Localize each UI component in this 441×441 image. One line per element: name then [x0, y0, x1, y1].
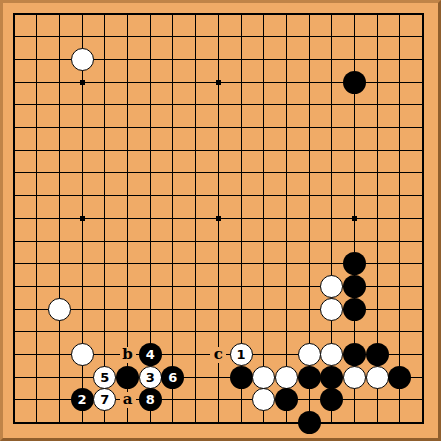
white-stone [366, 366, 389, 389]
grid-line-horizontal [13, 422, 424, 424]
grid-line-horizontal [13, 331, 424, 332]
move-number-label: 1 [236, 348, 245, 361]
white-stone [275, 366, 298, 389]
black-stone [320, 366, 343, 389]
move-number-label: 7 [100, 393, 109, 406]
black-stone [320, 388, 343, 411]
grid-line-vertical [286, 13, 287, 424]
white-stone [320, 343, 343, 366]
black-stone [275, 388, 298, 411]
move-6-stone-black: 6 [161, 366, 184, 389]
white-stone [71, 343, 94, 366]
black-stone [343, 275, 366, 298]
point-label-c: c [210, 347, 226, 363]
black-stone [116, 366, 139, 389]
black-stone [366, 343, 389, 366]
white-stone [298, 343, 321, 366]
move-number-label: 4 [146, 348, 155, 361]
star-point [216, 80, 221, 85]
move-1-stone-white: 1 [230, 343, 253, 366]
black-stone [388, 366, 411, 389]
white-stone [252, 388, 275, 411]
star-point [216, 216, 221, 221]
star-point [80, 216, 85, 221]
star-point [80, 80, 85, 85]
move-2-stone-black: 2 [71, 388, 94, 411]
move-number-label: 8 [146, 393, 155, 406]
grid-line-vertical [399, 13, 400, 424]
white-stone [320, 275, 343, 298]
move-7-stone-white: 7 [93, 388, 116, 411]
grid-line-horizontal [13, 241, 424, 242]
white-stone [48, 298, 71, 321]
move-number-label: 6 [168, 371, 177, 384]
white-stone [71, 48, 94, 71]
star-point [352, 216, 357, 221]
move-3-stone-white: 3 [139, 366, 162, 389]
black-stone [230, 366, 253, 389]
black-stone [343, 71, 366, 94]
grid-line-vertical [422, 13, 424, 424]
black-stone [298, 366, 321, 389]
move-number-label: 2 [78, 393, 87, 406]
black-stone [343, 298, 366, 321]
black-stone [343, 252, 366, 275]
move-5-stone-white: 5 [93, 366, 116, 389]
point-label-b: b [120, 347, 136, 363]
move-8-stone-black: 8 [139, 388, 162, 411]
point-label-a: a [120, 392, 136, 408]
black-stone [298, 411, 321, 434]
white-stone [320, 298, 343, 321]
grid-line-vertical [263, 13, 264, 424]
move-number-label: 5 [100, 371, 109, 384]
move-number-label: 3 [146, 371, 155, 384]
black-stone [343, 343, 366, 366]
go-board: 41536278 abc [0, 0, 441, 441]
white-stone [343, 366, 366, 389]
white-stone [252, 366, 275, 389]
move-4-stone-black: 4 [139, 343, 162, 366]
